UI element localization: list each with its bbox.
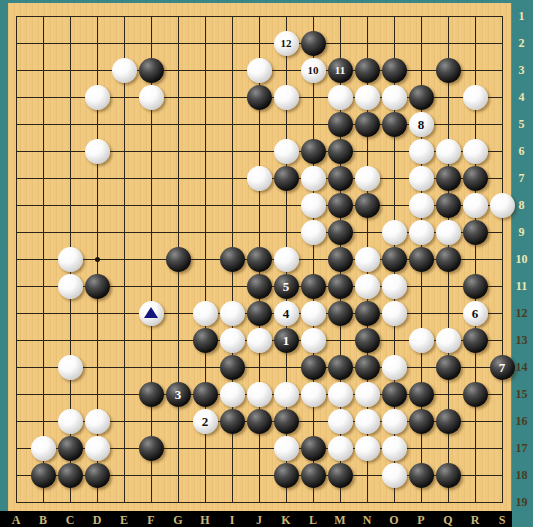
stone-I10[interactable] — [220, 247, 245, 272]
col-label-B: B — [33, 513, 53, 527]
stone-O4[interactable] — [382, 85, 407, 110]
stone-J15[interactable] — [247, 382, 272, 407]
stone-P9[interactable] — [409, 220, 434, 245]
stone-C10[interactable] — [58, 247, 83, 272]
col-label-P: P — [411, 513, 431, 527]
stone-J13[interactable] — [247, 328, 272, 353]
move-number-label: 2 — [202, 415, 209, 428]
stone-P7[interactable] — [409, 166, 434, 191]
stone-M18[interactable] — [328, 463, 353, 488]
stone-C16[interactable] — [58, 409, 83, 434]
row-label-19: 19 — [511, 495, 532, 510]
row-label-14: 14 — [511, 360, 532, 375]
stone-R7[interactable] — [463, 166, 488, 191]
row-label-9: 9 — [511, 225, 532, 240]
row-label-8: 8 — [511, 198, 532, 213]
stone-J4[interactable] — [247, 85, 272, 110]
stone-J10[interactable] — [247, 247, 272, 272]
stone-Q10[interactable] — [436, 247, 461, 272]
stone-L2[interactable] — [301, 31, 326, 56]
stone-Q3[interactable] — [436, 58, 461, 83]
stone-L14[interactable] — [301, 355, 326, 380]
stone-N16[interactable] — [355, 409, 380, 434]
go-board[interactable]: 12101185461732 — [8, 3, 512, 512]
col-label-S: S — [492, 513, 512, 527]
stone-O5[interactable] — [382, 112, 407, 137]
stone-O3[interactable] — [382, 58, 407, 83]
stone-O10[interactable] — [382, 247, 407, 272]
col-label-E: E — [114, 513, 134, 527]
stone-K15[interactable] — [274, 382, 299, 407]
stone-R4[interactable] — [463, 85, 488, 110]
col-label-N: N — [357, 513, 377, 527]
stone-M14[interactable] — [328, 355, 353, 380]
col-label-I: I — [222, 513, 242, 527]
grid-vline — [313, 16, 314, 503]
stone-B17[interactable] — [31, 436, 56, 461]
stone-N17[interactable] — [355, 436, 380, 461]
col-label-K: K — [276, 513, 296, 527]
stone-J3[interactable] — [247, 58, 272, 83]
move-number-label: 4 — [283, 307, 290, 320]
col-label-D: D — [87, 513, 107, 527]
stone-L17[interactable] — [301, 436, 326, 461]
row-label-3: 3 — [511, 63, 532, 78]
stone-K6[interactable] — [274, 139, 299, 164]
stone-D11[interactable] — [85, 274, 110, 299]
stone-C14[interactable] — [58, 355, 83, 380]
stone-Q8[interactable] — [436, 193, 461, 218]
stone-P6[interactable] — [409, 139, 434, 164]
stone-R13[interactable] — [463, 328, 488, 353]
col-label-F: F — [141, 513, 161, 527]
stone-H16[interactable]: 2 — [193, 409, 218, 434]
stone-N12[interactable] — [355, 301, 380, 326]
grid-hline — [16, 367, 503, 368]
stone-C18[interactable] — [58, 463, 83, 488]
stone-I14[interactable] — [220, 355, 245, 380]
stone-O15[interactable] — [382, 382, 407, 407]
stone-Q7[interactable] — [436, 166, 461, 191]
col-label-L: L — [303, 513, 323, 527]
row-label-2: 2 — [511, 36, 532, 51]
row-label-6: 6 — [511, 144, 532, 159]
stone-D16[interactable] — [85, 409, 110, 434]
stone-M10[interactable] — [328, 247, 353, 272]
stone-P10[interactable] — [409, 247, 434, 272]
row-label-10: 10 — [511, 252, 532, 267]
row-label-4: 4 — [511, 90, 532, 105]
stone-P18[interactable] — [409, 463, 434, 488]
stone-B18[interactable] — [31, 463, 56, 488]
stone-I16[interactable] — [220, 409, 245, 434]
stone-Q13[interactable] — [436, 328, 461, 353]
stone-N4[interactable] — [355, 85, 380, 110]
stone-D17[interactable] — [85, 436, 110, 461]
col-label-H: H — [195, 513, 215, 527]
stone-L12[interactable] — [301, 301, 326, 326]
stone-P16[interactable] — [409, 409, 434, 434]
stone-N5[interactable] — [355, 112, 380, 137]
stone-O12[interactable] — [382, 301, 407, 326]
stone-N3[interactable] — [355, 58, 380, 83]
move-number-label: 7 — [499, 361, 506, 374]
stone-I13[interactable] — [220, 328, 245, 353]
stone-F15[interactable] — [139, 382, 164, 407]
stone-J7[interactable] — [247, 166, 272, 191]
stone-E3[interactable] — [112, 58, 137, 83]
stone-H12[interactable] — [193, 301, 218, 326]
row-label-18: 18 — [511, 468, 532, 483]
stone-Q9[interactable] — [436, 220, 461, 245]
move-number-label: 12 — [281, 37, 292, 50]
stone-O11[interactable] — [382, 274, 407, 299]
stone-K10[interactable] — [274, 247, 299, 272]
move-number-label: 11 — [335, 64, 345, 77]
move-number-label: 8 — [418, 118, 425, 131]
row-label-12: 12 — [511, 306, 532, 321]
stone-M15[interactable] — [328, 382, 353, 407]
stone-L11[interactable] — [301, 274, 326, 299]
col-label-Q: Q — [438, 513, 458, 527]
col-label-A: A — [6, 513, 26, 527]
triangle-marker-icon — [144, 307, 158, 318]
stone-J16[interactable] — [247, 409, 272, 434]
go-board-app: 12101185461732 ABCDEFGHIJKLMNOPQRS123456… — [0, 0, 533, 527]
stone-M7[interactable] — [328, 166, 353, 191]
grid-hline — [16, 502, 503, 503]
stone-N11[interactable] — [355, 274, 380, 299]
stone-O17[interactable] — [382, 436, 407, 461]
row-label-11: 11 — [511, 279, 532, 294]
stone-O9[interactable] — [382, 220, 407, 245]
stone-L6[interactable] — [301, 139, 326, 164]
stone-R6[interactable] — [463, 139, 488, 164]
row-label-5: 5 — [511, 117, 532, 132]
stone-Q16[interactable] — [436, 409, 461, 434]
row-label-16: 16 — [511, 414, 532, 429]
stone-K13[interactable]: 1 — [274, 328, 299, 353]
stone-P4[interactable] — [409, 85, 434, 110]
stone-Q18[interactable] — [436, 463, 461, 488]
stone-F12[interactable] — [139, 301, 164, 326]
stone-C17[interactable] — [58, 436, 83, 461]
stone-C11[interactable] — [58, 274, 83, 299]
stone-Q14[interactable] — [436, 355, 461, 380]
stone-H15[interactable] — [193, 382, 218, 407]
move-number-label: 6 — [472, 307, 479, 320]
stone-D18[interactable] — [85, 463, 110, 488]
col-label-J: J — [249, 513, 269, 527]
stone-L8[interactable] — [301, 193, 326, 218]
row-label-1: 1 — [511, 9, 532, 24]
move-number-label: 5 — [283, 280, 290, 293]
stone-L18[interactable] — [301, 463, 326, 488]
stone-R9[interactable] — [463, 220, 488, 245]
stone-L3[interactable]: 10 — [301, 58, 326, 83]
stone-M9[interactable] — [328, 220, 353, 245]
stone-M11[interactable] — [328, 274, 353, 299]
stone-N14[interactable] — [355, 355, 380, 380]
stone-O16[interactable] — [382, 409, 407, 434]
stone-N10[interactable] — [355, 247, 380, 272]
stone-G15[interactable]: 3 — [166, 382, 191, 407]
stone-K7[interactable] — [274, 166, 299, 191]
col-label-R: R — [465, 513, 485, 527]
stone-D4[interactable] — [85, 85, 110, 110]
stone-R12[interactable]: 6 — [463, 301, 488, 326]
stone-N7[interactable] — [355, 166, 380, 191]
stone-P5[interactable]: 8 — [409, 112, 434, 137]
move-number-label: 10 — [308, 64, 319, 77]
stone-D6[interactable] — [85, 139, 110, 164]
stone-J12[interactable] — [247, 301, 272, 326]
stone-F17[interactable] — [139, 436, 164, 461]
stone-K18[interactable] — [274, 463, 299, 488]
stone-N13[interactable] — [355, 328, 380, 353]
grid-vline — [502, 16, 503, 503]
stone-K2[interactable]: 12 — [274, 31, 299, 56]
stone-H13[interactable] — [193, 328, 218, 353]
move-number-label: 1 — [283, 334, 290, 347]
stone-R15[interactable] — [463, 382, 488, 407]
move-number-label: 3 — [175, 388, 182, 401]
stone-O14[interactable] — [382, 355, 407, 380]
stone-R8[interactable] — [463, 193, 488, 218]
stone-M6[interactable] — [328, 139, 353, 164]
stone-M3[interactable]: 11 — [328, 58, 353, 83]
stone-M17[interactable] — [328, 436, 353, 461]
stone-K11[interactable]: 5 — [274, 274, 299, 299]
stone-M4[interactable] — [328, 85, 353, 110]
stone-K12[interactable]: 4 — [274, 301, 299, 326]
stone-P15[interactable] — [409, 382, 434, 407]
stone-I12[interactable] — [220, 301, 245, 326]
stone-L15[interactable] — [301, 382, 326, 407]
stone-K4[interactable] — [274, 85, 299, 110]
star-point — [95, 257, 100, 262]
stone-K17[interactable] — [274, 436, 299, 461]
stone-M16[interactable] — [328, 409, 353, 434]
col-label-C: C — [60, 513, 80, 527]
stone-L13[interactable] — [301, 328, 326, 353]
stone-M12[interactable] — [328, 301, 353, 326]
col-label-M: M — [330, 513, 350, 527]
col-label-G: G — [168, 513, 188, 527]
stone-F3[interactable] — [139, 58, 164, 83]
col-label-O: O — [384, 513, 404, 527]
stone-R11[interactable] — [463, 274, 488, 299]
row-label-13: 13 — [511, 333, 532, 348]
stone-Q6[interactable] — [436, 139, 461, 164]
stone-O18[interactable] — [382, 463, 407, 488]
stone-G10[interactable] — [166, 247, 191, 272]
stone-P13[interactable] — [409, 328, 434, 353]
stone-I15[interactable] — [220, 382, 245, 407]
stone-J11[interactable] — [247, 274, 272, 299]
stone-K16[interactable] — [274, 409, 299, 434]
row-label-17: 17 — [511, 441, 532, 456]
stone-P8[interactable] — [409, 193, 434, 218]
stone-M8[interactable] — [328, 193, 353, 218]
stone-N15[interactable] — [355, 382, 380, 407]
stone-L9[interactable] — [301, 220, 326, 245]
row-label-7: 7 — [511, 171, 532, 186]
stone-F4[interactable] — [139, 85, 164, 110]
stone-L7[interactable] — [301, 166, 326, 191]
row-label-15: 15 — [511, 387, 532, 402]
stone-N8[interactable] — [355, 193, 380, 218]
stone-M5[interactable] — [328, 112, 353, 137]
